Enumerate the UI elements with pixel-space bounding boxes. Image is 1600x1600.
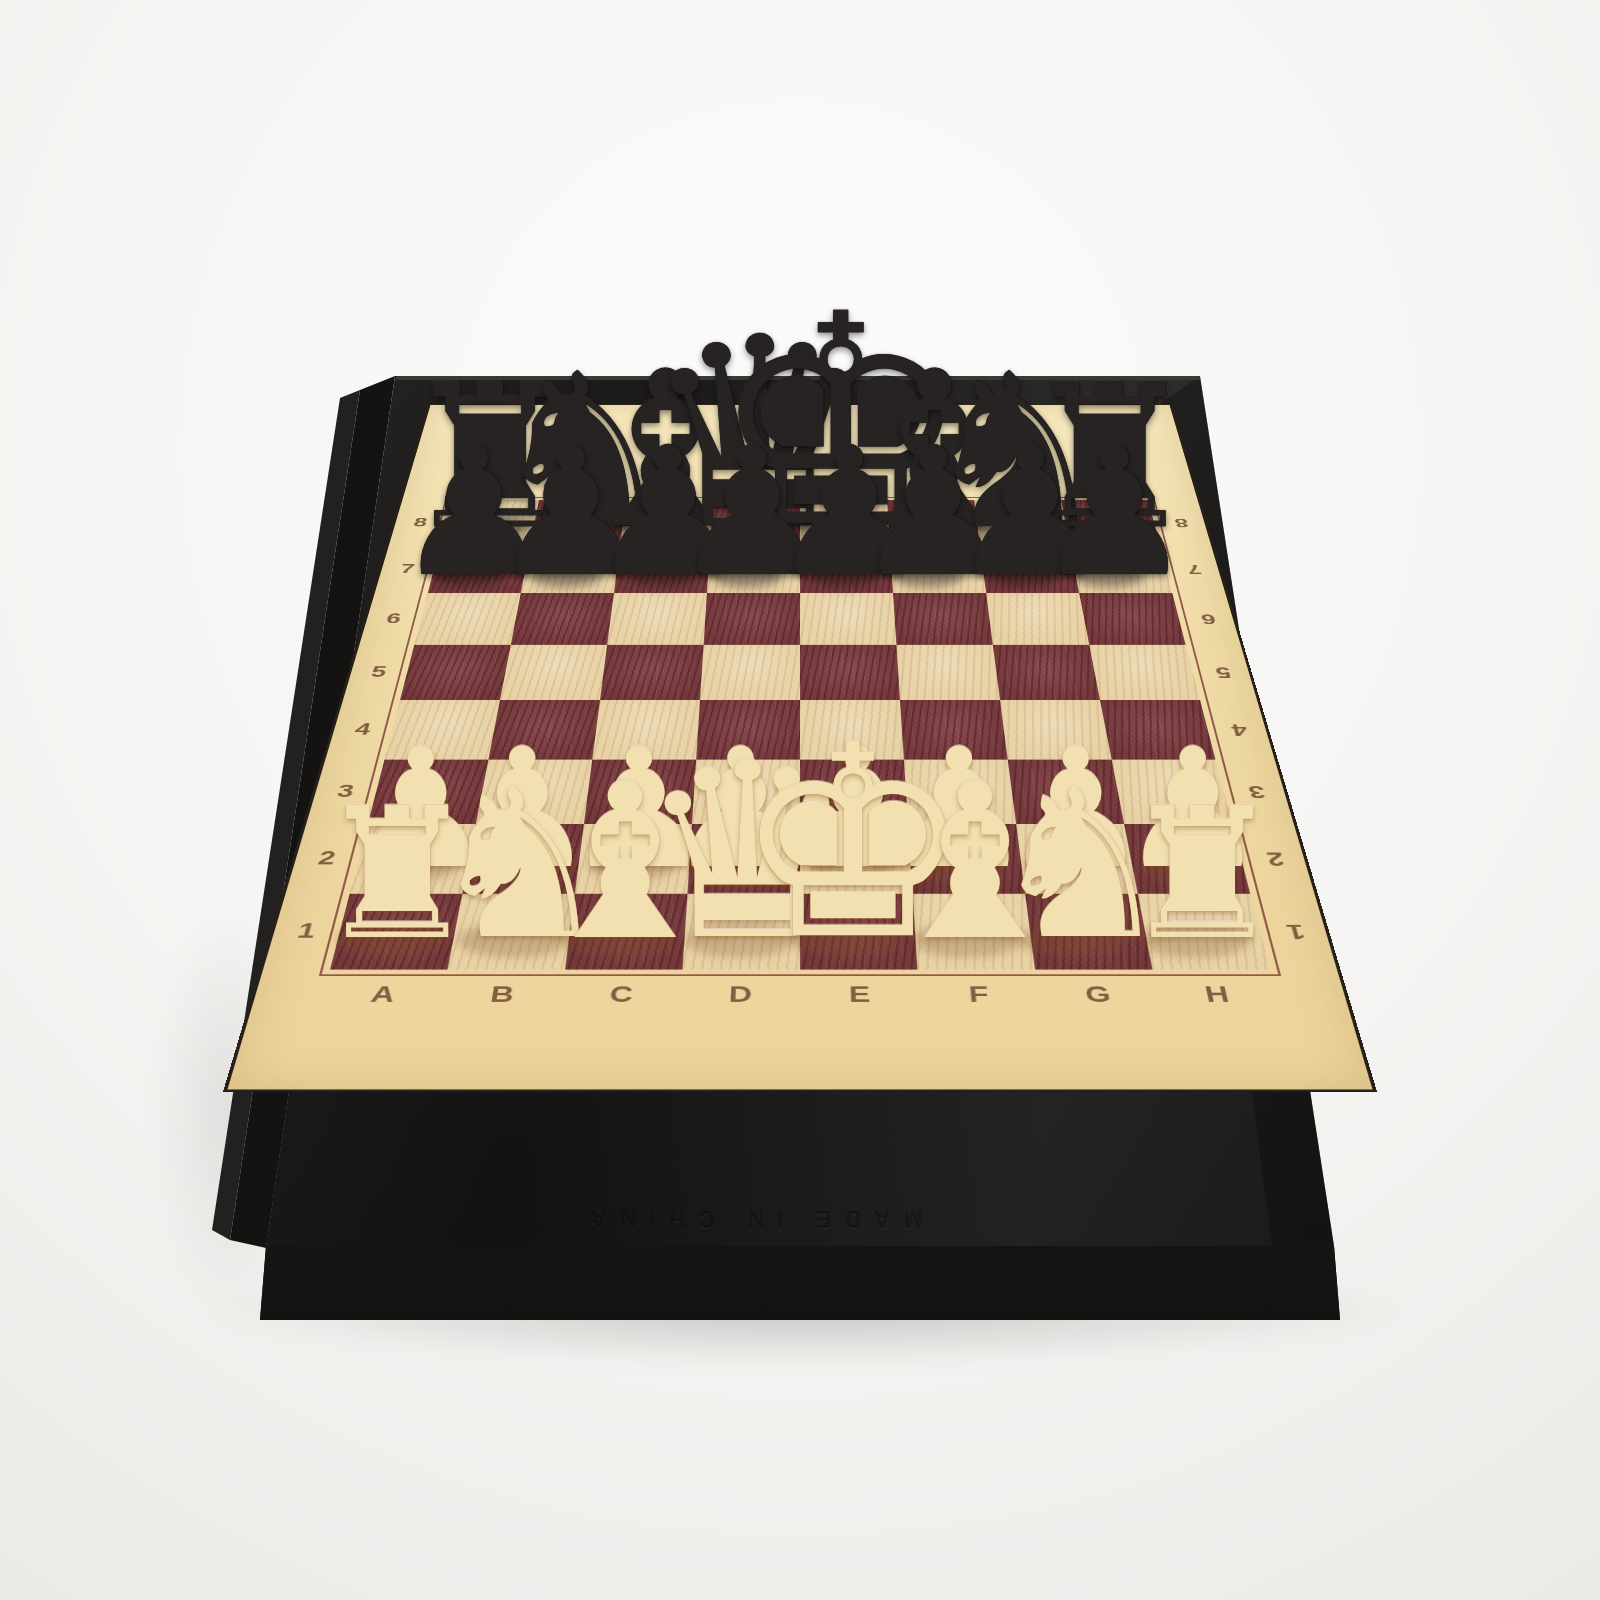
scene: MADE IN CHINA 87654321 87654321 ABCDEFGH… bbox=[0, 0, 1600, 1600]
file-label-e: E bbox=[848, 982, 870, 1007]
file-label-g: G bbox=[1083, 982, 1112, 1007]
square-d2 bbox=[687, 824, 800, 894]
rank-label-right-2: 2 bbox=[1264, 847, 1287, 869]
square-a6 bbox=[414, 593, 520, 644]
square-b3 bbox=[476, 760, 592, 824]
square-d1 bbox=[682, 894, 800, 970]
square-a7 bbox=[428, 545, 530, 593]
square-f5 bbox=[896, 645, 1000, 700]
square-e5 bbox=[800, 645, 900, 700]
square-a5 bbox=[400, 645, 511, 700]
square-a4 bbox=[385, 700, 500, 760]
square-d4 bbox=[696, 700, 800, 760]
square-e4 bbox=[800, 700, 904, 760]
square-c7 bbox=[614, 545, 710, 593]
rank-label-right-7: 7 bbox=[1185, 561, 1203, 576]
rank-label-right-8: 8 bbox=[1173, 515, 1190, 529]
square-h7 bbox=[1070, 545, 1172, 593]
file-label-d: D bbox=[728, 982, 752, 1007]
rank-label-left-3: 3 bbox=[335, 781, 356, 801]
square-f7 bbox=[890, 545, 986, 593]
square-h1 bbox=[1138, 894, 1270, 970]
square-c1 bbox=[565, 894, 687, 970]
square-c2 bbox=[575, 824, 692, 894]
square-f3 bbox=[904, 760, 1016, 824]
rank-label-right-4: 4 bbox=[1229, 720, 1249, 738]
file-label-c: C bbox=[608, 982, 634, 1007]
square-e2 bbox=[800, 824, 913, 894]
square-b8 bbox=[530, 500, 626, 545]
square-a2 bbox=[350, 824, 476, 894]
rank-label-left-7: 7 bbox=[399, 561, 417, 576]
square-d3 bbox=[692, 760, 800, 824]
square-d8 bbox=[710, 500, 800, 545]
square-c6 bbox=[607, 593, 707, 644]
case-back-rim-highlight bbox=[396, 376, 1200, 380]
square-e8 bbox=[800, 500, 890, 545]
square-f1 bbox=[913, 894, 1035, 970]
square-b5 bbox=[500, 645, 607, 700]
rank-label-left-1: 1 bbox=[295, 919, 319, 943]
rank-label-left-4: 4 bbox=[353, 720, 373, 738]
square-g4 bbox=[1000, 700, 1112, 760]
square-a1 bbox=[330, 894, 462, 970]
square-g8 bbox=[974, 500, 1070, 545]
square-b4 bbox=[488, 700, 600, 760]
square-f8 bbox=[887, 500, 980, 545]
square-c3 bbox=[584, 760, 696, 824]
square-h5 bbox=[1089, 645, 1200, 700]
square-b2 bbox=[462, 824, 584, 894]
file-label-b: B bbox=[488, 982, 515, 1007]
rank-label-right-1: 1 bbox=[1284, 919, 1308, 943]
square-d5 bbox=[700, 645, 800, 700]
square-g7 bbox=[980, 545, 1079, 593]
square-e1 bbox=[800, 894, 918, 970]
square-g1 bbox=[1025, 894, 1152, 970]
squares-grid bbox=[330, 500, 1270, 969]
rank-label-left-5: 5 bbox=[369, 663, 389, 680]
square-b6 bbox=[511, 593, 614, 644]
square-d7 bbox=[707, 545, 800, 593]
rank-label-left-2: 2 bbox=[316, 847, 339, 869]
rank-label-left-6: 6 bbox=[384, 611, 403, 627]
rank-label-right-5: 5 bbox=[1213, 663, 1233, 680]
square-f4 bbox=[900, 700, 1008, 760]
file-label-f: F bbox=[968, 982, 990, 1007]
square-h4 bbox=[1100, 700, 1215, 760]
rank-label-right-3: 3 bbox=[1246, 781, 1268, 801]
square-h6 bbox=[1079, 593, 1185, 644]
square-a3 bbox=[368, 760, 489, 824]
square-g2 bbox=[1016, 824, 1138, 894]
file-label-a: A bbox=[369, 982, 398, 1007]
square-g5 bbox=[993, 645, 1100, 700]
square-g3 bbox=[1008, 760, 1124, 824]
square-h3 bbox=[1112, 760, 1233, 824]
rank-label-left-8: 8 bbox=[412, 515, 429, 529]
square-a8 bbox=[440, 500, 539, 545]
square-b7 bbox=[521, 545, 620, 593]
square-h2 bbox=[1124, 824, 1250, 894]
file-label-h: H bbox=[1203, 982, 1232, 1007]
rank-label-right-6: 6 bbox=[1199, 611, 1218, 627]
square-c5 bbox=[600, 645, 704, 700]
square-e3 bbox=[800, 760, 908, 824]
square-g6 bbox=[986, 593, 1089, 644]
embossed-text: MADE IN CHINA bbox=[540, 1205, 960, 1232]
square-e6 bbox=[800, 593, 896, 644]
square-c4 bbox=[592, 700, 700, 760]
square-f2 bbox=[908, 824, 1025, 894]
square-e7 bbox=[800, 545, 893, 593]
square-b1 bbox=[447, 894, 574, 970]
square-f6 bbox=[893, 593, 993, 644]
square-h8 bbox=[1061, 500, 1160, 545]
square-c8 bbox=[620, 500, 713, 545]
square-d6 bbox=[704, 593, 800, 644]
